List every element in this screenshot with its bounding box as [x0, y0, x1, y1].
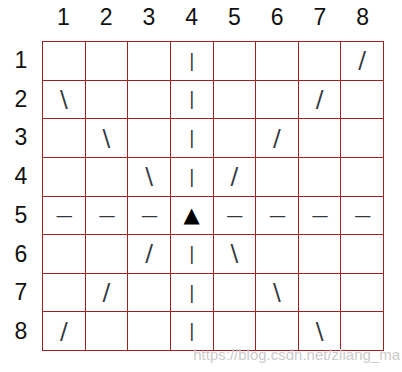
attack-ray-diagonal-down: \ — [145, 165, 153, 188]
cell-r2c8 — [341, 81, 384, 120]
cell-r4c8 — [341, 158, 384, 197]
cell-r8c7: \ — [299, 312, 342, 351]
row-label-2: 2 — [0, 80, 42, 119]
cell-r2c7: / — [299, 81, 342, 120]
attack-ray-horizontal: — — [226, 207, 242, 224]
cell-r4c6 — [256, 158, 299, 197]
attack-ray-vertical: | — [189, 245, 195, 263]
queen-marker: ▲ — [184, 205, 200, 226]
cell-r4c7 — [299, 158, 342, 197]
attack-ray-vertical: | — [189, 284, 195, 302]
cell-r5c2: — — [86, 197, 129, 236]
attack-ray-vertical: | — [189, 322, 195, 340]
cell-r4c2 — [86, 158, 129, 197]
col-header-7: 7 — [299, 0, 342, 34]
cell-r5c4: ▲ — [171, 197, 214, 236]
cell-r3c3 — [128, 119, 171, 158]
row-label-7: 7 — [0, 274, 42, 313]
cell-r2c3 — [128, 81, 171, 120]
cell-r7c6: \ — [256, 274, 299, 313]
col-header-5: 5 — [213, 0, 256, 34]
cell-r1c7 — [299, 42, 342, 81]
attack-ray-diagonal-down: \ — [230, 242, 238, 265]
attack-ray-diagonal-up: / — [230, 165, 238, 188]
cell-r1c2 — [86, 42, 129, 81]
attack-ray-diagonal-up: / — [103, 281, 111, 304]
cell-r8c3 — [128, 312, 171, 351]
cell-r4c1 — [43, 158, 86, 197]
cell-r6c3: / — [128, 235, 171, 274]
queen-attack-diagram: 12345678 12345678 |/\|/\|/\|/———▲————/|\… — [0, 0, 402, 372]
cell-r7c3 — [128, 274, 171, 313]
cell-r2c4: | — [171, 81, 214, 120]
cell-r8c5 — [214, 312, 257, 351]
cell-r1c5 — [214, 42, 257, 81]
cell-r8c8 — [341, 312, 384, 351]
attack-ray-diagonal-up: / — [273, 127, 281, 150]
attack-ray-diagonal-down: \ — [60, 88, 68, 111]
cell-r4c5: / — [214, 158, 257, 197]
col-header-1: 1 — [42, 0, 85, 34]
row-label-4: 4 — [0, 157, 42, 196]
attack-ray-diagonal-down: \ — [273, 281, 281, 304]
cell-r4c3: \ — [128, 158, 171, 197]
cell-r5c8: — — [341, 197, 384, 236]
col-header-6: 6 — [256, 0, 299, 34]
cell-r8c1: / — [43, 312, 86, 351]
cell-r3c7 — [299, 119, 342, 158]
attack-ray-horizontal: — — [98, 207, 114, 224]
row-label-6: 6 — [0, 235, 42, 274]
cell-r7c4: | — [171, 274, 214, 313]
cell-r3c6: / — [256, 119, 299, 158]
attack-ray-horizontal: — — [354, 207, 370, 224]
attack-ray-diagonal-down: \ — [316, 320, 324, 343]
cell-r7c7 — [299, 274, 342, 313]
cell-r5c7: — — [299, 197, 342, 236]
attack-ray-diagonal-up: / — [358, 49, 366, 72]
cell-r6c6 — [256, 235, 299, 274]
cell-r6c5: \ — [214, 235, 257, 274]
row-labels: 12345678 — [0, 41, 42, 351]
row-label-8: 8 — [0, 312, 42, 351]
row-label-5: 5 — [0, 196, 42, 235]
cell-r3c2: \ — [86, 119, 129, 158]
cell-r5c6: — — [256, 197, 299, 236]
attack-ray-horizontal: — — [141, 207, 157, 224]
col-header-2: 2 — [85, 0, 128, 34]
cell-r6c7 — [299, 235, 342, 274]
attack-ray-vertical: | — [189, 52, 195, 70]
col-header-3: 3 — [128, 0, 171, 34]
cell-r8c6 — [256, 312, 299, 351]
attack-ray-horizontal: — — [312, 207, 328, 224]
attack-ray-horizontal: — — [56, 207, 72, 224]
cell-r7c2: / — [86, 274, 129, 313]
col-header-4: 4 — [170, 0, 213, 34]
attack-ray-diagonal-down: \ — [103, 127, 111, 150]
attack-ray-vertical: | — [189, 168, 195, 186]
col-header-8: 8 — [341, 0, 384, 34]
cell-r5c3: — — [128, 197, 171, 236]
cell-r3c1 — [43, 119, 86, 158]
cell-r6c2 — [86, 235, 129, 274]
cell-r6c8 — [341, 235, 384, 274]
cell-r5c1: — — [43, 197, 86, 236]
cell-r7c8 — [341, 274, 384, 313]
attack-ray-diagonal-up: / — [316, 88, 324, 111]
cell-r2c1: \ — [43, 81, 86, 120]
column-headers: 12345678 — [42, 0, 384, 34]
row-label-1: 1 — [0, 41, 42, 80]
attack-ray-vertical: | — [189, 129, 195, 147]
cell-r3c4: | — [171, 119, 214, 158]
cell-r7c1 — [43, 274, 86, 313]
attack-ray-vertical: | — [189, 90, 195, 108]
attack-ray-horizontal: — — [269, 207, 285, 224]
cell-r5c5: — — [214, 197, 257, 236]
cell-r6c1 — [43, 235, 86, 274]
board-grid: |/\|/\|/\|/———▲————/|\/|\/|\ — [42, 41, 384, 351]
cell-r1c4: | — [171, 42, 214, 81]
cell-r2c6 — [256, 81, 299, 120]
cell-r1c3 — [128, 42, 171, 81]
cell-r1c8: / — [341, 42, 384, 81]
cell-r8c2 — [86, 312, 129, 351]
cell-r2c2 — [86, 81, 129, 120]
cell-r7c5 — [214, 274, 257, 313]
row-label-3: 3 — [0, 119, 42, 158]
cell-r2c5 — [214, 81, 257, 120]
cell-r6c4: | — [171, 235, 214, 274]
cell-r3c5 — [214, 119, 257, 158]
cell-r4c4: | — [171, 158, 214, 197]
cell-r1c1 — [43, 42, 86, 81]
cell-r8c4: | — [171, 312, 214, 351]
attack-ray-diagonal-up: / — [145, 242, 153, 265]
attack-ray-diagonal-up: / — [60, 320, 68, 343]
cell-r1c6 — [256, 42, 299, 81]
cell-r3c8 — [341, 119, 384, 158]
